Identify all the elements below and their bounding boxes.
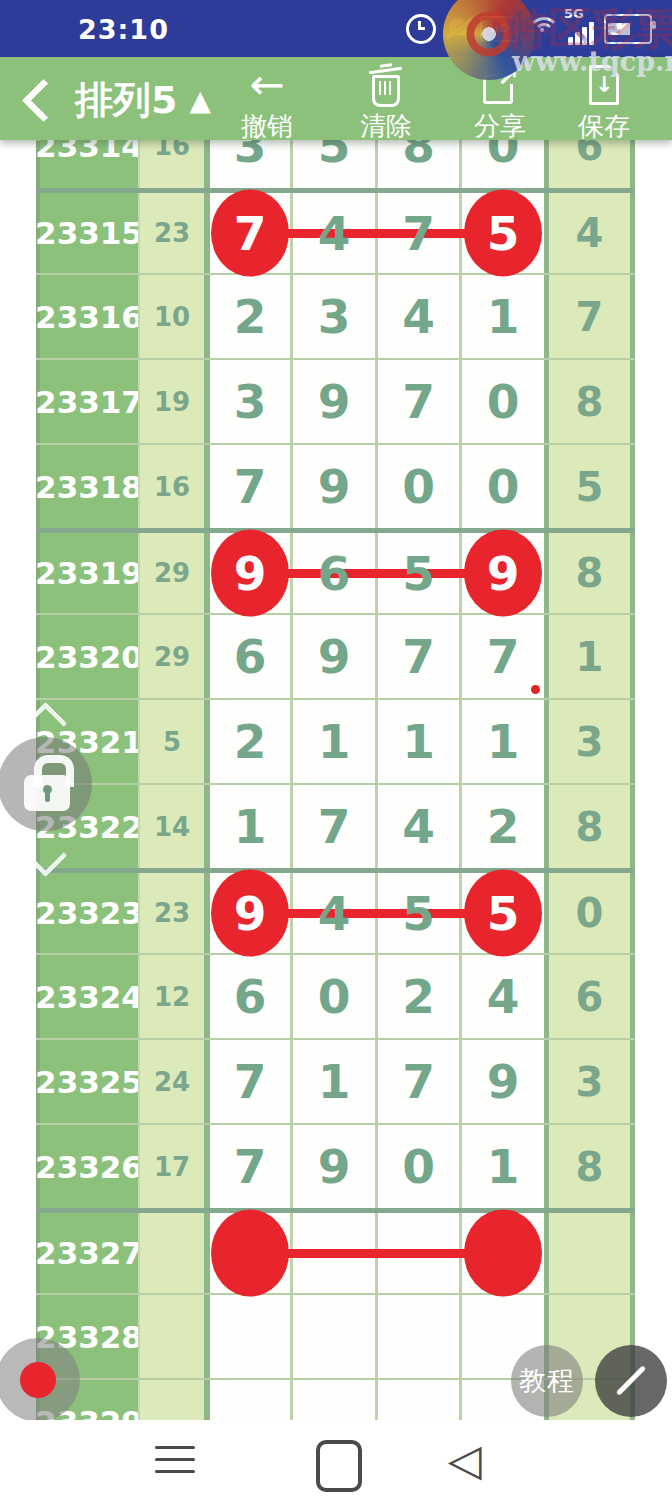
save-label: 保存: [556, 109, 652, 144]
sum-cell: [138, 1380, 204, 1420]
digit-cell[interactable]: 4: [375, 785, 459, 868]
undo-label: 撤销: [219, 109, 315, 144]
digit-cell[interactable]: 0: [459, 140, 544, 188]
nav-home-button[interactable]: [316, 1440, 362, 1492]
watermark-site-url: www.tqcp.net: [512, 46, 672, 77]
page-title: 排列5: [75, 75, 177, 126]
sum-cell: 19: [138, 360, 204, 443]
digit-cell[interactable]: 5: [459, 193, 544, 273]
table-row: 23324 12 6 0 2 4 6: [36, 953, 635, 1038]
sum-cell: 24: [138, 1040, 204, 1123]
trend-chart-viewport[interactable]: 23314 16 3 5 8 0 6 23315 23 7 4 7 5 4 23…: [0, 140, 672, 1420]
digit-cell[interactable]: 7: [375, 1040, 459, 1123]
digit-cell[interactable]: 2: [459, 785, 544, 868]
red-mini-dot: [531, 685, 540, 694]
digit-cell[interactable]: 1: [290, 1040, 375, 1123]
digit-cell[interactable]: 9: [290, 445, 375, 528]
digit-cell[interactable]: 1: [375, 700, 459, 783]
issue-number-cell: 23316: [36, 275, 138, 358]
sum-cell: 29: [138, 533, 204, 613]
clock: 23:10: [78, 14, 169, 45]
clear-button[interactable]: 清除: [338, 63, 434, 144]
digit-cell[interactable]: 0: [375, 445, 459, 528]
digit-cell[interactable]: 9: [459, 533, 544, 613]
digit-cell[interactable]: 6: [204, 615, 290, 698]
digit-cell[interactable]: 8: [375, 140, 459, 188]
digit-cell[interactable]: 1: [459, 700, 544, 783]
table-row: 23316 10 2 3 4 1 7: [36, 273, 635, 358]
tutorial-button[interactable]: 教程: [511, 1345, 583, 1417]
table-row: 23318 16 7 9 0 0 5: [36, 443, 635, 528]
digit-cell[interactable]: [375, 1295, 459, 1378]
dropdown-triangle-icon: ▲: [189, 87, 211, 115]
digit5-cell[interactable]: 4: [544, 193, 635, 273]
digit-cell[interactable]: 9: [290, 615, 375, 698]
trash-icon: [369, 64, 403, 106]
digit-cell[interactable]: [204, 1213, 290, 1293]
table-row: 23314 16 3 5 8 0 6: [36, 140, 635, 188]
digit-cell[interactable]: 4: [375, 275, 459, 358]
digit-cell[interactable]: 0: [459, 360, 544, 443]
table-row: 23321 5 2 1 1 1 3: [36, 698, 635, 783]
sum-cell: 10: [138, 275, 204, 358]
digit-cell[interactable]: 3: [204, 140, 290, 188]
back-chevron-icon: [22, 79, 66, 123]
issue-number-cell: 23319: [36, 533, 138, 613]
digit5-cell[interactable]: 5: [544, 445, 635, 528]
digit-cell[interactable]: 1: [204, 785, 290, 868]
digit-cell[interactable]: 7: [375, 360, 459, 443]
issue-number-cell: 23327: [36, 1213, 138, 1293]
sum-cell: [138, 1295, 204, 1378]
table-row: 23320 29 6 9 7 7 1: [36, 613, 635, 698]
digit5-cell[interactable]: 7: [544, 275, 635, 358]
nav-back-button[interactable]: ◁: [448, 1434, 482, 1485]
issue-number-cell: 23323: [36, 873, 138, 953]
app-screen: 23:10 HD 5G 特区彩票网 www.tqcp.net 排列5 ▲ ← 撤…: [0, 0, 672, 1500]
sum-cell: [138, 1213, 204, 1293]
table-row: 23326 17 7 9 0 1 8: [36, 1123, 635, 1208]
table-row: 23323 23 9 4 5 5 0: [36, 868, 635, 953]
digit5-cell[interactable]: 8: [544, 533, 635, 613]
red-mark-circle: [211, 1210, 289, 1297]
digit5-cell[interactable]: 1: [544, 615, 635, 698]
digit5-cell[interactable]: 8: [544, 360, 635, 443]
digit-cell[interactable]: 0: [375, 1125, 459, 1208]
digit-cell[interactable]: 5: [290, 140, 375, 188]
sum-cell: 12: [138, 955, 204, 1038]
digit-cell[interactable]: 9: [204, 533, 290, 613]
digit5-cell[interactable]: 0: [544, 873, 635, 953]
table-row: 23319 29 9 6 5 9 8: [36, 528, 635, 613]
digit-cell[interactable]: 9: [459, 1040, 544, 1123]
digit-cell[interactable]: 9: [290, 360, 375, 443]
digit-cell[interactable]: 2: [375, 955, 459, 1038]
digit5-cell[interactable]: 6: [544, 955, 635, 1038]
sum-cell: 16: [138, 445, 204, 528]
digit-cell[interactable]: 1: [459, 275, 544, 358]
issue-number-cell: 23326: [36, 1125, 138, 1208]
sum-cell: 17: [138, 1125, 204, 1208]
back-button[interactable]: [18, 79, 58, 119]
sum-cell: 29: [138, 615, 204, 698]
digit-cell[interactable]: [204, 1380, 290, 1420]
digit-cell[interactable]: 7: [204, 445, 290, 528]
table-row: 23327: [36, 1208, 635, 1293]
undo-arrow-icon: ←: [249, 65, 284, 105]
digit-cell[interactable]: 0: [290, 955, 375, 1038]
digit-cell[interactable]: 4: [459, 955, 544, 1038]
alarm-icon: [406, 14, 436, 44]
digit-cell[interactable]: 2: [204, 275, 290, 358]
digit-cell[interactable]: [290, 1295, 375, 1378]
sum-cell: 5: [138, 700, 204, 783]
digit5-cell[interactable]: 3: [544, 700, 635, 783]
issue-number-cell: 23317: [36, 360, 138, 443]
issue-number-cell: 23324: [36, 955, 138, 1038]
digit-cell[interactable]: 1: [459, 1125, 544, 1208]
table-row: 23315 23 7 4 7 5 4: [36, 188, 635, 273]
digit-cell[interactable]: 7: [375, 615, 459, 698]
lock-icon: [22, 755, 74, 813]
trend-chart-grid: 23314 16 3 5 8 0 6 23315 23 7 4 7 5 4 23…: [36, 140, 635, 1420]
marker-toggle-button[interactable]: [0, 1338, 80, 1422]
digit-cell[interactable]: 7: [290, 785, 375, 868]
digit-cell[interactable]: 6: [204, 955, 290, 1038]
digit5-cell[interactable]: 8: [544, 1125, 635, 1208]
red-dot-icon: [20, 1362, 56, 1398]
digit-cell[interactable]: 7: [459, 615, 544, 698]
digit-cell[interactable]: 5: [459, 873, 544, 953]
sum-cell: 16: [138, 140, 204, 188]
digit-cell[interactable]: [290, 1380, 375, 1420]
table-row: 23317 19 3 9 7 0 8: [36, 358, 635, 443]
sum-cell: 23: [138, 193, 204, 273]
sum-cell: 14: [138, 785, 204, 868]
digit5-cell[interactable]: 8: [544, 785, 635, 868]
draw-pencil-button[interactable]: [595, 1345, 667, 1417]
digit-cell[interactable]: 7: [204, 1040, 290, 1123]
clear-label: 清除: [338, 109, 434, 144]
digit5-cell[interactable]: 3: [544, 1040, 635, 1123]
issue-number-cell: 23314: [36, 140, 138, 188]
pencil-icon: [616, 1365, 646, 1395]
digit-cell[interactable]: 1: [290, 700, 375, 783]
table-row: 23325 24 7 1 7 9 3: [36, 1038, 635, 1123]
issue-number-cell: 23318: [36, 445, 138, 528]
table-row: 23322 14 1 7 4 2 8: [36, 783, 635, 868]
digit-cell[interactable]: 3: [204, 360, 290, 443]
undo-button[interactable]: ← 撤销: [219, 63, 315, 144]
digit-cell[interactable]: [459, 1213, 544, 1293]
digit-cell[interactable]: 9: [204, 873, 290, 953]
digit-cell[interactable]: [204, 1295, 290, 1378]
nav-menu-button[interactable]: [155, 1446, 195, 1482]
issue-number-cell: 23325: [36, 1040, 138, 1123]
digit-cell[interactable]: 0: [459, 445, 544, 528]
digit5-cell[interactable]: [544, 1213, 635, 1293]
issue-number-cell: 23320: [36, 615, 138, 698]
android-nav-bar: ◁: [0, 1420, 672, 1500]
digit-cell[interactable]: 7: [204, 1125, 290, 1208]
red-mark-circle: [464, 1210, 542, 1297]
digit5-cell[interactable]: 6: [544, 140, 635, 188]
digit-cell[interactable]: 9: [290, 1125, 375, 1208]
issue-number-cell: 23315: [36, 193, 138, 273]
digit-cell[interactable]: [375, 1380, 459, 1420]
digit-cell[interactable]: 2: [204, 700, 290, 783]
digit-cell[interactable]: 7: [204, 193, 290, 273]
digit-cell[interactable]: 3: [290, 275, 375, 358]
game-title-dropdown[interactable]: 排列5 ▲: [75, 75, 211, 126]
sum-cell: 23: [138, 873, 204, 953]
share-label: 分享: [452, 109, 548, 144]
